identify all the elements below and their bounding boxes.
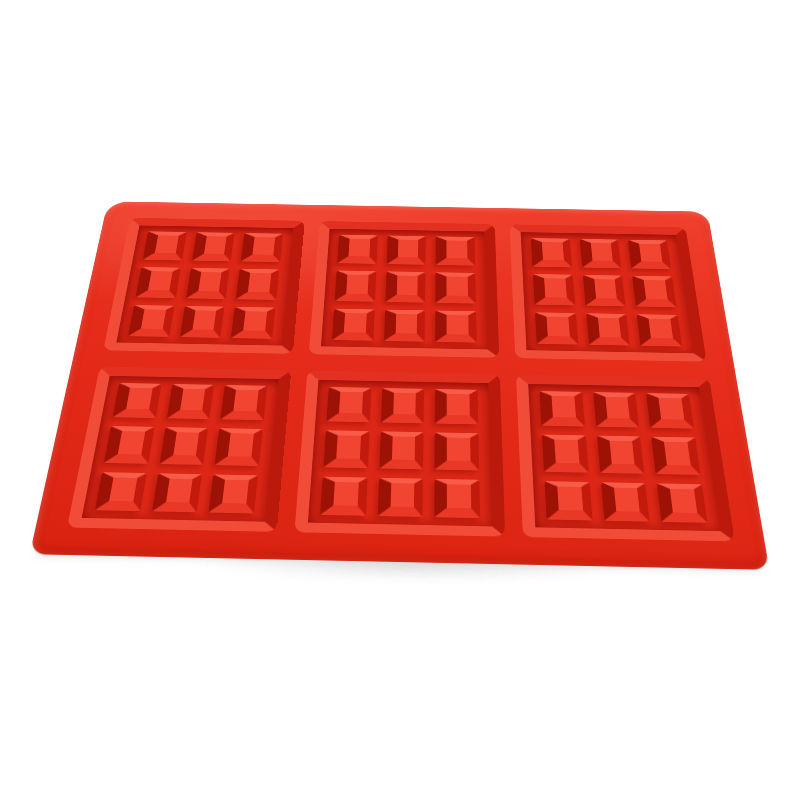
waffle-bump [386,236,426,265]
waffle-bump [542,435,589,473]
waffle-cavity [510,224,707,361]
waffle-bump [652,437,701,475]
waffle-cavity [516,375,735,542]
waffle-bump [597,436,645,474]
waffle-bump [180,306,225,338]
waffle-bump [326,387,371,423]
waffle-bump [209,474,258,513]
waffle-bump [646,393,694,429]
waffle-bump [186,268,230,299]
waffle-cavity [103,218,305,354]
waffle-bump [628,240,671,270]
waffle-bump [320,476,367,515]
waffle-bump [435,310,476,342]
waffle-cavity [67,367,291,532]
waffle-bump [113,383,162,418]
waffle-bump [535,312,578,344]
waffle-bump [128,305,174,337]
waffle-bump [436,236,475,265]
waffle-bump [544,481,592,521]
waffle-bump [192,232,235,261]
waffle-bump [657,483,707,523]
cavity-grid [67,218,735,542]
waffle-bump [136,267,181,298]
waffle-bump [385,272,426,303]
waffle-bump [323,431,369,468]
waffle-bump [231,307,275,339]
waffle-bump [236,269,279,300]
waffle-bump [377,477,423,516]
waffle-bump [436,272,476,303]
waffle-bump [381,388,425,424]
waffle-bump [435,433,479,471]
waffle-bump [435,479,481,519]
waffle-cavity [309,221,499,358]
waffle-bump [215,428,263,465]
waffle-bump [143,231,187,260]
waffle-bump [241,233,283,262]
waffle-bump [531,238,572,268]
waffle-bump [384,309,426,341]
product-photo [0,0,800,800]
waffle-bump [586,313,630,345]
waffle-bump [579,239,621,269]
waffle-bump [637,314,682,347]
waffle-bump [335,271,376,302]
waffle-bump [337,235,377,264]
waffle-bump [632,276,676,307]
waffle-bump [583,275,626,306]
waffle-bump [533,274,575,305]
waffle-bump [593,392,639,428]
waffle-bump [601,482,650,522]
waffle-cavity [294,371,505,537]
waffle-bump [95,472,147,511]
waffle-bump [332,308,374,340]
waffle-bump [152,473,202,512]
waffle-bump [159,427,208,464]
waffle-bump [104,426,154,463]
waffle-bump [435,389,478,425]
waffle-bump [379,432,424,469]
waffle-bump [167,384,215,419]
waffle-bump [221,385,268,420]
waffle-bump [539,391,584,427]
mold-tray [30,201,770,570]
